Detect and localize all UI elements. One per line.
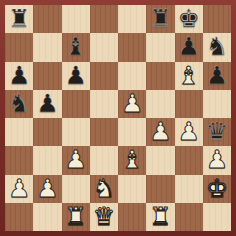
square-e1[interactable] (118, 203, 146, 231)
square-e8[interactable] (118, 5, 146, 33)
square-a7[interactable] (5, 33, 33, 61)
square-c8[interactable] (62, 5, 90, 33)
piece-black-knight[interactable]: ♞ (203, 33, 231, 61)
square-a4[interactable] (5, 118, 33, 146)
square-g3[interactable] (175, 146, 203, 174)
square-e7[interactable] (118, 33, 146, 61)
square-g4[interactable]: ♟ (175, 118, 203, 146)
piece-white-queen[interactable]: ♛ (90, 203, 118, 231)
square-g1[interactable] (175, 203, 203, 231)
piece-black-queen[interactable]: ♛ (203, 118, 231, 146)
square-b1[interactable] (33, 203, 61, 231)
square-a1[interactable] (5, 203, 33, 231)
square-c4[interactable] (62, 118, 90, 146)
piece-black-pawn[interactable]: ♟ (62, 62, 90, 90)
square-a5[interactable]: ♞ (5, 90, 33, 118)
square-c6[interactable]: ♟ (62, 62, 90, 90)
square-c1[interactable]: ♜ (62, 203, 90, 231)
chess-board-frame: ♜♜♚♝♟♞♟♟♝♟♞♟♟♟♟♛♟♝♟♟♟♞♚♜♛♜ (0, 0, 236, 236)
piece-black-rook[interactable]: ♜ (5, 5, 33, 33)
piece-white-pawn[interactable]: ♟ (175, 118, 203, 146)
square-c2[interactable] (62, 175, 90, 203)
chess-board: ♜♜♚♝♟♞♟♟♝♟♞♟♟♟♟♛♟♝♟♟♟♞♚♜♛♜ (5, 5, 231, 231)
square-g5[interactable] (175, 90, 203, 118)
piece-white-pawn[interactable]: ♟ (62, 146, 90, 174)
square-e6[interactable] (118, 62, 146, 90)
square-d4[interactable] (90, 118, 118, 146)
square-g2[interactable] (175, 175, 203, 203)
square-d1[interactable]: ♛ (90, 203, 118, 231)
square-g7[interactable]: ♟ (175, 33, 203, 61)
square-h2[interactable]: ♚ (203, 175, 231, 203)
piece-white-knight[interactable]: ♞ (90, 175, 118, 203)
piece-black-pawn[interactable]: ♟ (203, 62, 231, 90)
square-f7[interactable] (146, 33, 174, 61)
piece-white-pawn[interactable]: ♟ (146, 118, 174, 146)
square-f8[interactable]: ♜ (146, 5, 174, 33)
square-d8[interactable] (90, 5, 118, 33)
piece-white-pawn[interactable]: ♟ (203, 146, 231, 174)
square-a6[interactable]: ♟ (5, 62, 33, 90)
square-b8[interactable] (33, 5, 61, 33)
piece-white-rook[interactable]: ♜ (146, 203, 174, 231)
square-b7[interactable] (33, 33, 61, 61)
square-h7[interactable]: ♞ (203, 33, 231, 61)
piece-black-pawn[interactable]: ♟ (33, 90, 61, 118)
piece-white-king[interactable]: ♚ (203, 175, 231, 203)
square-f2[interactable] (146, 175, 174, 203)
square-h1[interactable] (203, 203, 231, 231)
square-a8[interactable]: ♜ (5, 5, 33, 33)
square-e4[interactable] (118, 118, 146, 146)
square-h8[interactable] (203, 5, 231, 33)
square-h3[interactable]: ♟ (203, 146, 231, 174)
square-f1[interactable]: ♜ (146, 203, 174, 231)
square-g6[interactable]: ♝ (175, 62, 203, 90)
piece-white-pawn[interactable]: ♟ (118, 90, 146, 118)
square-c5[interactable] (62, 90, 90, 118)
square-d6[interactable] (90, 62, 118, 90)
square-f5[interactable] (146, 90, 174, 118)
piece-white-rook[interactable]: ♜ (62, 203, 90, 231)
square-d3[interactable] (90, 146, 118, 174)
piece-black-knight[interactable]: ♞ (5, 90, 33, 118)
square-b3[interactable] (33, 146, 61, 174)
square-h4[interactable]: ♛ (203, 118, 231, 146)
piece-white-pawn[interactable]: ♟ (5, 175, 33, 203)
square-b5[interactable]: ♟ (33, 90, 61, 118)
square-e5[interactable]: ♟ (118, 90, 146, 118)
square-c7[interactable]: ♝ (62, 33, 90, 61)
piece-white-bishop[interactable]: ♝ (175, 62, 203, 90)
piece-black-pawn[interactable]: ♟ (5, 62, 33, 90)
square-f3[interactable] (146, 146, 174, 174)
square-b6[interactable] (33, 62, 61, 90)
piece-black-king[interactable]: ♚ (175, 5, 203, 33)
square-d5[interactable] (90, 90, 118, 118)
square-a2[interactable]: ♟ (5, 175, 33, 203)
square-f6[interactable] (146, 62, 174, 90)
square-a3[interactable] (5, 146, 33, 174)
piece-white-pawn[interactable]: ♟ (33, 175, 61, 203)
square-b4[interactable] (33, 118, 61, 146)
square-d2[interactable]: ♞ (90, 175, 118, 203)
piece-black-bishop[interactable]: ♝ (62, 33, 90, 61)
piece-white-bishop[interactable]: ♝ (118, 146, 146, 174)
piece-black-pawn[interactable]: ♟ (175, 33, 203, 61)
square-g8[interactable]: ♚ (175, 5, 203, 33)
square-c3[interactable]: ♟ (62, 146, 90, 174)
square-e3[interactable]: ♝ (118, 146, 146, 174)
square-b2[interactable]: ♟ (33, 175, 61, 203)
piece-black-rook[interactable]: ♜ (146, 5, 174, 33)
square-h5[interactable] (203, 90, 231, 118)
square-e2[interactable] (118, 175, 146, 203)
square-d7[interactable] (90, 33, 118, 61)
square-h6[interactable]: ♟ (203, 62, 231, 90)
square-f4[interactable]: ♟ (146, 118, 174, 146)
